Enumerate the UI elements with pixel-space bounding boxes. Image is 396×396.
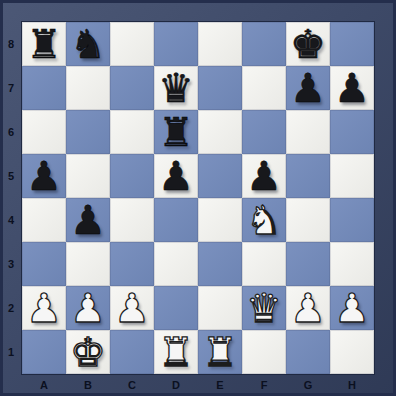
square-b7[interactable] [66, 66, 110, 110]
square-e4[interactable] [198, 198, 242, 242]
square-d5[interactable]: ♟ [154, 154, 198, 198]
square-e5[interactable] [198, 154, 242, 198]
square-b5[interactable] [66, 154, 110, 198]
piece-black-rook[interactable]: ♜ [26, 24, 62, 64]
square-f5[interactable]: ♟ [242, 154, 286, 198]
square-a1[interactable] [22, 330, 66, 374]
square-h2[interactable]: ♟ [330, 286, 374, 330]
rank-label-1: 1 [0, 330, 22, 374]
square-d4[interactable] [154, 198, 198, 242]
square-g2[interactable]: ♟ [286, 286, 330, 330]
chessboard: ♜♞♚♛♟♟♜♟♟♟♟♞♟♟♟♛♟♟♚♜♜ [22, 22, 374, 374]
file-label-a: A [22, 374, 66, 396]
square-f8[interactable] [242, 22, 286, 66]
rank-label-2: 2 [0, 286, 22, 330]
square-d6[interactable]: ♜ [154, 110, 198, 154]
piece-white-queen[interactable]: ♛ [246, 288, 282, 328]
square-a7[interactable] [22, 66, 66, 110]
square-g3[interactable] [286, 242, 330, 286]
square-h7[interactable]: ♟ [330, 66, 374, 110]
piece-black-pawn[interactable]: ♟ [334, 68, 370, 108]
piece-white-king[interactable]: ♚ [70, 332, 106, 372]
square-g4[interactable] [286, 198, 330, 242]
rank-label-7: 7 [0, 66, 22, 110]
square-g1[interactable] [286, 330, 330, 374]
square-f4[interactable]: ♞ [242, 198, 286, 242]
square-g7[interactable]: ♟ [286, 66, 330, 110]
file-labels: ABCDEFGH [22, 374, 374, 396]
square-h4[interactable] [330, 198, 374, 242]
piece-white-pawn[interactable]: ♟ [290, 288, 326, 328]
square-a5[interactable]: ♟ [22, 154, 66, 198]
square-c7[interactable] [110, 66, 154, 110]
square-b2[interactable]: ♟ [66, 286, 110, 330]
piece-white-pawn[interactable]: ♟ [26, 288, 62, 328]
square-b3[interactable] [66, 242, 110, 286]
square-g6[interactable] [286, 110, 330, 154]
square-c2[interactable]: ♟ [110, 286, 154, 330]
rank-label-5: 5 [0, 154, 22, 198]
square-f1[interactable] [242, 330, 286, 374]
square-f2[interactable]: ♛ [242, 286, 286, 330]
file-label-d: D [154, 374, 198, 396]
square-a8[interactable]: ♜ [22, 22, 66, 66]
square-c6[interactable] [110, 110, 154, 154]
file-label-e: E [198, 374, 242, 396]
square-g5[interactable] [286, 154, 330, 198]
square-d1[interactable]: ♜ [154, 330, 198, 374]
square-g8[interactable]: ♚ [286, 22, 330, 66]
rank-label-6: 6 [0, 110, 22, 154]
square-b6[interactable] [66, 110, 110, 154]
file-label-c: C [110, 374, 154, 396]
square-h1[interactable] [330, 330, 374, 374]
square-c8[interactable] [110, 22, 154, 66]
square-b8[interactable]: ♞ [66, 22, 110, 66]
square-f7[interactable] [242, 66, 286, 110]
rank-label-3: 3 [0, 242, 22, 286]
square-d7[interactable]: ♛ [154, 66, 198, 110]
piece-black-rook[interactable]: ♜ [158, 112, 194, 152]
piece-black-king[interactable]: ♚ [290, 24, 326, 64]
square-f6[interactable] [242, 110, 286, 154]
file-label-b: B [66, 374, 110, 396]
square-h3[interactable] [330, 242, 374, 286]
piece-white-knight[interactable]: ♞ [246, 200, 282, 240]
piece-white-pawn[interactable]: ♟ [114, 288, 150, 328]
square-e2[interactable] [198, 286, 242, 330]
piece-white-pawn[interactable]: ♟ [334, 288, 370, 328]
square-d3[interactable] [154, 242, 198, 286]
piece-black-pawn[interactable]: ♟ [26, 156, 62, 196]
rank-label-8: 8 [0, 22, 22, 66]
square-c4[interactable] [110, 198, 154, 242]
piece-black-pawn[interactable]: ♟ [246, 156, 282, 196]
square-b4[interactable]: ♟ [66, 198, 110, 242]
square-d2[interactable] [154, 286, 198, 330]
square-e6[interactable] [198, 110, 242, 154]
square-h8[interactable] [330, 22, 374, 66]
square-a2[interactable]: ♟ [22, 286, 66, 330]
piece-white-pawn[interactable]: ♟ [70, 288, 106, 328]
square-b1[interactable]: ♚ [66, 330, 110, 374]
piece-black-queen[interactable]: ♛ [158, 68, 194, 108]
square-e8[interactable] [198, 22, 242, 66]
square-c1[interactable] [110, 330, 154, 374]
square-a4[interactable] [22, 198, 66, 242]
square-e7[interactable] [198, 66, 242, 110]
square-a3[interactable] [22, 242, 66, 286]
file-label-f: F [242, 374, 286, 396]
piece-black-pawn[interactable]: ♟ [290, 68, 326, 108]
square-d8[interactable] [154, 22, 198, 66]
square-f3[interactable] [242, 242, 286, 286]
rank-label-4: 4 [0, 198, 22, 242]
file-label-h: H [330, 374, 374, 396]
square-e1[interactable]: ♜ [198, 330, 242, 374]
square-c3[interactable] [110, 242, 154, 286]
piece-black-knight[interactable]: ♞ [70, 24, 106, 64]
square-h6[interactable] [330, 110, 374, 154]
square-e3[interactable] [198, 242, 242, 286]
square-a6[interactable] [22, 110, 66, 154]
piece-white-rook[interactable]: ♜ [202, 332, 238, 372]
file-label-g: G [286, 374, 330, 396]
square-h5[interactable] [330, 154, 374, 198]
chessboard-frame: 87654321 ♜♞♚♛♟♟♜♟♟♟♟♞♟♟♟♛♟♟♚♜♜ ABCDEFGH [0, 0, 396, 396]
piece-black-pawn[interactable]: ♟ [70, 200, 106, 240]
rank-labels: 87654321 [0, 22, 22, 374]
square-c5[interactable] [110, 154, 154, 198]
piece-white-rook[interactable]: ♜ [158, 332, 194, 372]
piece-black-pawn[interactable]: ♟ [158, 156, 194, 196]
